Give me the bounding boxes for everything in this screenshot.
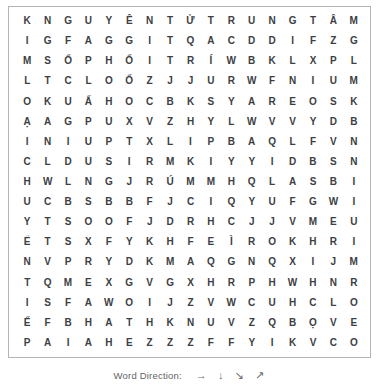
- grid-cell-r7c10[interactable]: P: [201, 132, 221, 152]
- grid-cell-r17c7[interactable]: Z: [139, 333, 159, 353]
- grid-cell-r17c13[interactable]: I: [262, 333, 282, 353]
- grid-cell-r10c6[interactable]: B: [119, 192, 139, 212]
- grid-cell-r5c6[interactable]: O: [119, 91, 139, 111]
- grid-cell-r1c5[interactable]: Y: [99, 11, 119, 31]
- grid-cell-r2c8[interactable]: T: [160, 31, 180, 51]
- grid-cell-r5c17[interactable]: K: [344, 91, 364, 111]
- grid-cell-r1c11[interactable]: R: [221, 11, 241, 31]
- grid-cell-r9c9[interactable]: M: [180, 172, 200, 192]
- grid-cell-r10c7[interactable]: F: [139, 192, 159, 212]
- grid-cell-r8c11[interactable]: Y: [221, 152, 241, 172]
- grid-cell-r17c16[interactable]: C: [323, 333, 343, 353]
- grid-cell-r6c12[interactable]: W: [242, 112, 262, 132]
- grid-cell-r6c4[interactable]: P: [78, 112, 98, 132]
- grid-cell-r8c17[interactable]: N: [344, 152, 364, 172]
- grid-cell-r9c6[interactable]: J: [119, 172, 139, 192]
- grid-cell-r4c11[interactable]: R: [221, 71, 241, 91]
- grid-cell-r14c9[interactable]: X: [180, 273, 200, 293]
- grid-cell-r12c11[interactable]: Ì: [221, 232, 241, 252]
- grid-cell-r13c15[interactable]: I: [303, 252, 323, 272]
- grid-cell-r15c17[interactable]: O: [344, 293, 364, 313]
- grid-cell-r16c5[interactable]: A: [99, 313, 119, 333]
- grid-cell-r16c15[interactable]: Ọ: [303, 313, 323, 333]
- grid-cell-r11c6[interactable]: F: [119, 212, 139, 232]
- grid-cell-r10c13[interactable]: U: [262, 192, 282, 212]
- grid-cell-r17c11[interactable]: F: [221, 333, 241, 353]
- grid-cell-r4c16[interactable]: U: [323, 71, 343, 91]
- grid-cell-r16c12[interactable]: Z: [242, 313, 262, 333]
- grid-cell-r14c8[interactable]: G: [160, 273, 180, 293]
- grid-cell-r9c14[interactable]: A: [282, 172, 302, 192]
- grid-cell-r9c17[interactable]: I: [344, 172, 364, 192]
- grid-cell-r6c2[interactable]: A: [37, 112, 57, 132]
- grid-cell-r13c7[interactable]: K: [139, 252, 159, 272]
- grid-cell-r9c4[interactable]: N: [78, 172, 98, 192]
- grid-cell-r15c2[interactable]: S: [37, 293, 57, 313]
- grid-cell-r11c11[interactable]: C: [221, 212, 241, 232]
- grid-cell-r17c6[interactable]: E: [119, 333, 139, 353]
- grid-cell-r7c9[interactable]: I: [180, 132, 200, 152]
- grid-cell-r11c16[interactable]: E: [323, 212, 343, 232]
- grid-cell-r8c2[interactable]: L: [37, 152, 57, 172]
- grid-cell-r14c6[interactable]: G: [119, 273, 139, 293]
- grid-cell-r8c4[interactable]: U: [78, 152, 98, 172]
- grid-cell-r16c1[interactable]: Ế: [17, 313, 37, 333]
- grid-cell-r7c2[interactable]: N: [37, 132, 57, 152]
- grid-cell-r7c14[interactable]: L: [282, 132, 302, 152]
- grid-cell-r16c3[interactable]: B: [58, 313, 78, 333]
- grid-cell-r10c3[interactable]: B: [58, 192, 78, 212]
- grid-cell-r8c6[interactable]: I: [119, 152, 139, 172]
- grid-cell-r5c10[interactable]: S: [201, 91, 221, 111]
- grid-cell-r6c8[interactable]: Z: [160, 112, 180, 132]
- grid-cell-r11c10[interactable]: H: [201, 212, 221, 232]
- grid-cell-r15c14[interactable]: H: [282, 293, 302, 313]
- grid-cell-r9c5[interactable]: G: [99, 172, 119, 192]
- grid-cell-r11c14[interactable]: V: [282, 212, 302, 232]
- grid-cell-r10c16[interactable]: W: [323, 192, 343, 212]
- grid-cell-r2c12[interactable]: D: [242, 31, 262, 51]
- grid-cell-r10c15[interactable]: G: [303, 192, 323, 212]
- grid-cell-r5c15[interactable]: O: [303, 91, 323, 111]
- grid-cell-r2c13[interactable]: D: [262, 31, 282, 51]
- grid-cell-r11c13[interactable]: J: [262, 212, 282, 232]
- grid-cell-r10c4[interactable]: S: [78, 192, 98, 212]
- grid-cell-r2c14[interactable]: I: [282, 31, 302, 51]
- grid-cell-r3c2[interactable]: S: [37, 51, 57, 71]
- grid-cell-r14c17[interactable]: R: [344, 273, 364, 293]
- grid-cell-r5c1[interactable]: O: [17, 91, 37, 111]
- grid-cell-r7c5[interactable]: P: [99, 132, 119, 152]
- grid-cell-r11c8[interactable]: D: [160, 212, 180, 232]
- grid-cell-r13c8[interactable]: M: [160, 252, 180, 272]
- grid-cell-r9c3[interactable]: L: [58, 172, 78, 192]
- grid-cell-r13c3[interactable]: P: [58, 252, 78, 272]
- grid-cell-r14c7[interactable]: V: [139, 273, 159, 293]
- grid-cell-r16c7[interactable]: H: [139, 313, 159, 333]
- grid-cell-r6c5[interactable]: U: [99, 112, 119, 132]
- grid-cell-r3c13[interactable]: K: [262, 51, 282, 71]
- grid-cell-r12c3[interactable]: S: [58, 232, 78, 252]
- grid-cell-r2c5[interactable]: G: [99, 31, 119, 51]
- grid-cell-r17c5[interactable]: H: [99, 333, 119, 353]
- grid-cell-r3c11[interactable]: W: [221, 51, 241, 71]
- grid-cell-r8c7[interactable]: R: [139, 152, 159, 172]
- word-direction-label: Word Direction:: [114, 370, 182, 381]
- grid-cell-r8c14[interactable]: D: [282, 152, 302, 172]
- grid-cell-r8c12[interactable]: Y: [242, 152, 262, 172]
- grid-cell-r2c16[interactable]: Z: [323, 31, 343, 51]
- grid-cell-r12c16[interactable]: R: [323, 232, 343, 252]
- grid-cell-r17c8[interactable]: Z: [160, 333, 180, 353]
- grid-cell-r8c10[interactable]: I: [201, 152, 221, 172]
- grid-cell-r4c9[interactable]: J: [180, 71, 200, 91]
- grid-cell-r1c6[interactable]: Ê: [119, 11, 139, 31]
- grid-cell-r14c2[interactable]: Q: [37, 273, 57, 293]
- grid-cell-r5c14[interactable]: E: [282, 91, 302, 111]
- grid-cell-r8c13[interactable]: I: [262, 152, 282, 172]
- grid-cell-r16c13[interactable]: Q: [262, 313, 282, 333]
- grid-cell-r12c1[interactable]: Ể: [17, 232, 37, 252]
- arrow-down-icon: ↓: [218, 370, 224, 381]
- grid-cell-r4c17[interactable]: M: [344, 71, 364, 91]
- grid-cell-r11c7[interactable]: J: [139, 212, 159, 232]
- grid-cell-r6c6[interactable]: X: [119, 112, 139, 132]
- grid-cell-r15c1[interactable]: I: [17, 293, 37, 313]
- grid-cell-r9c10[interactable]: M: [201, 172, 221, 192]
- grid-cell-r6c1[interactable]: Ạ: [17, 112, 37, 132]
- grid-cell-r6c7[interactable]: V: [139, 112, 159, 132]
- grid-cell-r12c9[interactable]: F: [180, 232, 200, 252]
- grid-cell-r14c16[interactable]: N: [323, 273, 343, 293]
- word-direction-arrows: →↓↘↗: [185, 369, 265, 380]
- grid-cell-r1c9[interactable]: Ử: [180, 11, 200, 31]
- grid-cell-r1c16[interactable]: Â: [323, 11, 343, 31]
- grid-cell-r4c4[interactable]: L: [78, 71, 98, 91]
- grid-cell-r13c13[interactable]: Q: [262, 252, 282, 272]
- grid-cell-r12c10[interactable]: E: [201, 232, 221, 252]
- grid-cell-r13c12[interactable]: N: [242, 252, 262, 272]
- grid-cell-r7c16[interactable]: V: [323, 132, 343, 152]
- grid-cell-r16c2[interactable]: F: [37, 313, 57, 333]
- grid-cell-r17c1[interactable]: P: [17, 333, 37, 353]
- grid-cell-r16c16[interactable]: V: [323, 313, 343, 333]
- grid-cell-r17c9[interactable]: Z: [180, 333, 200, 353]
- grid-cell-r14c5[interactable]: X: [99, 273, 119, 293]
- grid-cell-r2c4[interactable]: A: [78, 31, 98, 51]
- grid-cell-r4c12[interactable]: W: [242, 71, 262, 91]
- grid-cell-r10c17[interactable]: I: [344, 192, 364, 212]
- grid-cell-r15c16[interactable]: L: [323, 293, 343, 313]
- grid-cell-r3c17[interactable]: L: [344, 51, 364, 71]
- grid-cell-r17c15[interactable]: V: [303, 333, 323, 353]
- grid-cell-r12c5[interactable]: F: [99, 232, 119, 252]
- grid-cell-r16c14[interactable]: B: [282, 313, 302, 333]
- grid-cell-r3c4[interactable]: P: [78, 51, 98, 71]
- grid-cell-r13c14[interactable]: X: [282, 252, 302, 272]
- arrow-right-icon: →: [196, 370, 207, 381]
- grid-cell-r16c4[interactable]: H: [78, 313, 98, 333]
- grid-cell-r11c15[interactable]: M: [303, 212, 323, 232]
- word-direction-bar: Word Direction: →↓↘↗: [0, 369, 378, 381]
- grid-cell-r1c15[interactable]: T: [303, 11, 323, 31]
- grid-cell-r17c4[interactable]: A: [78, 333, 98, 353]
- grid-cell-r6c3[interactable]: G: [58, 112, 78, 132]
- grid-cell-r5c16[interactable]: S: [323, 91, 343, 111]
- grid-cell-r12c4[interactable]: X: [78, 232, 98, 252]
- grid-cell-r10c11[interactable]: Q: [221, 192, 241, 212]
- grid-cell-r3c6[interactable]: Ố: [119, 51, 139, 71]
- grid-cell-r4c2[interactable]: T: [37, 71, 57, 91]
- grid-cell-r13c9[interactable]: A: [180, 252, 200, 272]
- grid-cell-r5c8[interactable]: B: [160, 91, 180, 111]
- grid-cell-r8c8[interactable]: M: [160, 152, 180, 172]
- grid-cell-r3c9[interactable]: R: [180, 51, 200, 71]
- grid-cell-r10c2[interactable]: C: [37, 192, 57, 212]
- word-search-grid: KNGUYÊNTỬTRUNGTÂMIGFAGGITQACDDIFZGMSỐPHỐ…: [8, 6, 371, 358]
- grid-cell-r9c16[interactable]: B: [323, 172, 343, 192]
- grid-cell-r5c3[interactable]: U: [58, 91, 78, 111]
- grid-cell-r5c7[interactable]: C: [139, 91, 159, 111]
- grid-cell-r4c6[interactable]: Ố: [119, 71, 139, 91]
- grid-cell-r15c7[interactable]: I: [139, 293, 159, 313]
- grid-cell-r1c13[interactable]: N: [262, 11, 282, 31]
- grid-cell-r17c14[interactable]: K: [282, 333, 302, 353]
- grid-cell-r17c12[interactable]: Y: [242, 333, 262, 353]
- grid-cell-r9c7[interactable]: R: [139, 172, 159, 192]
- grid-cell-r9c8[interactable]: Ú: [160, 172, 180, 192]
- grid-cell-r17c3[interactable]: I: [58, 333, 78, 353]
- grid-cell-r4c10[interactable]: U: [201, 71, 221, 91]
- grid-cell-r1c7[interactable]: N: [139, 11, 159, 31]
- grid-cell-r15c8[interactable]: J: [160, 293, 180, 313]
- grid-cell-r9c2[interactable]: W: [37, 172, 57, 192]
- grid-cell-r11c2[interactable]: T: [37, 212, 57, 232]
- grid-cell-r3c10[interactable]: Í: [201, 51, 221, 71]
- grid-cell-r15c10[interactable]: V: [201, 293, 221, 313]
- grid-cell-r7c11[interactable]: B: [221, 132, 241, 152]
- grid-cell-r12c12[interactable]: R: [242, 232, 262, 252]
- grid-cell-r2c2[interactable]: G: [37, 31, 57, 51]
- grid-cell-r14c15[interactable]: H: [303, 273, 323, 293]
- grid-cell-r16c10[interactable]: U: [201, 313, 221, 333]
- grid-cell-r4c1[interactable]: L: [17, 71, 37, 91]
- grid-cell-r13c10[interactable]: Q: [201, 252, 221, 272]
- grid-cell-r4c14[interactable]: N: [282, 71, 302, 91]
- grid-cell-r12c7[interactable]: K: [139, 232, 159, 252]
- grid-cell-r13c16[interactable]: J: [323, 252, 343, 272]
- grid-cell-r5c12[interactable]: A: [242, 91, 262, 111]
- grid-cell-r7c13[interactable]: Q: [262, 132, 282, 152]
- grid-cell-r16c6[interactable]: T: [119, 313, 139, 333]
- grid-cell-r15c15[interactable]: C: [303, 293, 323, 313]
- grid-cell-r2c11[interactable]: C: [221, 31, 241, 51]
- grid-cell-r13c17[interactable]: M: [344, 252, 364, 272]
- grid-cell-r2c3[interactable]: F: [58, 31, 78, 51]
- grid-cell-r14c1[interactable]: T: [17, 273, 37, 293]
- grid-cell-r15c6[interactable]: O: [119, 293, 139, 313]
- grid-cell-r14c12[interactable]: P: [242, 273, 262, 293]
- grid-cell-r3c15[interactable]: X: [303, 51, 323, 71]
- grid-cell-r1c10[interactable]: T: [201, 11, 221, 31]
- grid-cell-r13c11[interactable]: G: [221, 252, 241, 272]
- arrow-up-right-icon: ↗: [255, 370, 264, 381]
- grid-cell-r1c17[interactable]: M: [344, 11, 364, 31]
- grid-cell-r2c15[interactable]: F: [303, 31, 323, 51]
- grid-cell-r2c10[interactable]: A: [201, 31, 221, 51]
- grid-cell-r11c9[interactable]: R: [180, 212, 200, 232]
- grid-cell-r15c9[interactable]: Z: [180, 293, 200, 313]
- grid-cell-r16c9[interactable]: N: [180, 313, 200, 333]
- grid-cell-r1c4[interactable]: U: [78, 11, 98, 31]
- grid-cell-r6c17[interactable]: B: [344, 112, 364, 132]
- grid-cell-r12c14[interactable]: K: [282, 232, 302, 252]
- grid-cell-r7c3[interactable]: I: [58, 132, 78, 152]
- grid-cell-r10c12[interactable]: Y: [242, 192, 262, 212]
- grid-cell-r15c5[interactable]: W: [99, 293, 119, 313]
- grid-cell-r5c11[interactable]: Y: [221, 91, 241, 111]
- grid-cell-r7c17[interactable]: N: [344, 132, 364, 152]
- grid-cell-r15c12[interactable]: C: [242, 293, 262, 313]
- grid-cell-r5c13[interactable]: R: [262, 91, 282, 111]
- grid-cell-r1c12[interactable]: U: [242, 11, 262, 31]
- grid-cell-r3c5[interactable]: H: [99, 51, 119, 71]
- grid-cell-r13c2[interactable]: V: [37, 252, 57, 272]
- grid-cell-r2c17[interactable]: G: [344, 31, 364, 51]
- grid-cell-r16c11[interactable]: V: [221, 313, 241, 333]
- grid-cell-r1c3[interactable]: G: [58, 11, 78, 31]
- grid-cell-r8c3[interactable]: D: [58, 152, 78, 172]
- grid-cell-r9c11[interactable]: H: [221, 172, 241, 192]
- grid-cell-r7c6[interactable]: T: [119, 132, 139, 152]
- grid-cell-r13c6[interactable]: D: [119, 252, 139, 272]
- grid-cell-r14c3[interactable]: M: [58, 273, 78, 293]
- grid-cell-r14c4[interactable]: E: [78, 273, 98, 293]
- grid-cell-r4c3[interactable]: C: [58, 71, 78, 91]
- grid-cell-r11c5[interactable]: O: [99, 212, 119, 232]
- grid-cell-r4c8[interactable]: J: [160, 71, 180, 91]
- grid-cell-r4c15[interactable]: I: [303, 71, 323, 91]
- grid-cell-r3c14[interactable]: L: [282, 51, 302, 71]
- grid-cell-r9c13[interactable]: L: [262, 172, 282, 192]
- grid-cell-r15c13[interactable]: U: [262, 293, 282, 313]
- grid-cell-r12c15[interactable]: H: [303, 232, 323, 252]
- grid-cell-r17c2[interactable]: A: [37, 333, 57, 353]
- grid-cell-r14c14[interactable]: W: [282, 273, 302, 293]
- grid-cell-r7c12[interactable]: A: [242, 132, 262, 152]
- grid-cell-r8c1[interactable]: C: [17, 152, 37, 172]
- grid-cell-r12c8[interactable]: H: [160, 232, 180, 252]
- grid-cell-r3c12[interactable]: B: [242, 51, 262, 71]
- grid-cell-r10c5[interactable]: B: [99, 192, 119, 212]
- grid-cell-r10c8[interactable]: J: [160, 192, 180, 212]
- grid-cell-r8c5[interactable]: S: [99, 152, 119, 172]
- grid-cell-r14c10[interactable]: H: [201, 273, 221, 293]
- grid-cell-r3c3[interactable]: Ố: [58, 51, 78, 71]
- grid-cell-r4c5[interactable]: O: [99, 71, 119, 91]
- grid-cell-r2c6[interactable]: G: [119, 31, 139, 51]
- grid-cell-r2c1[interactable]: I: [17, 31, 37, 51]
- grid-cell-r5c9[interactable]: K: [180, 91, 200, 111]
- grid-cell-r9c1[interactable]: H: [17, 172, 37, 192]
- grid-cell-r6c13[interactable]: V: [262, 112, 282, 132]
- grid-cell-r13c4[interactable]: R: [78, 252, 98, 272]
- arrow-down-right-icon: ↘: [235, 370, 244, 381]
- grid-cell-r12c6[interactable]: Y: [119, 232, 139, 252]
- grid-cell-r10c14[interactable]: F: [282, 192, 302, 212]
- grid-cell-r17c10[interactable]: F: [201, 333, 221, 353]
- grid-cell-r3c16[interactable]: P: [323, 51, 343, 71]
- grid-cell-r15c3[interactable]: F: [58, 293, 78, 313]
- grid-cell-r8c16[interactable]: S: [323, 152, 343, 172]
- grid-cell-r10c10[interactable]: I: [201, 192, 221, 212]
- grid-cell-r11c12[interactable]: J: [242, 212, 262, 232]
- grid-cell-r7c4[interactable]: U: [78, 132, 98, 152]
- grid-cell-r12c2[interactable]: T: [37, 232, 57, 252]
- grid-cell-r4c7[interactable]: Z: [139, 71, 159, 91]
- grid-cell-r5c2[interactable]: K: [37, 91, 57, 111]
- grid-cell-r2c7[interactable]: I: [139, 31, 159, 51]
- grid-cell-r1c2[interactable]: N: [37, 11, 57, 31]
- grid-cell-r7c7[interactable]: X: [139, 132, 159, 152]
- grid-cell-r17c17[interactable]: O: [344, 333, 364, 353]
- grid-cell-r3c8[interactable]: T: [160, 51, 180, 71]
- grid-cell-r1c14[interactable]: G: [282, 11, 302, 31]
- grid-cell-r10c1[interactable]: U: [17, 192, 37, 212]
- grid-cell-r6c10[interactable]: Y: [201, 112, 221, 132]
- grid-cell-r15c4[interactable]: A: [78, 293, 98, 313]
- grid-cell-r8c9[interactable]: K: [180, 152, 200, 172]
- grid-cell-r6c9[interactable]: H: [180, 112, 200, 132]
- grid-cell-r14c13[interactable]: H: [262, 273, 282, 293]
- grid-cell-r9c12[interactable]: Q: [242, 172, 262, 192]
- grid-cell-r5c5[interactable]: H: [99, 91, 119, 111]
- grid-cell-r12c17[interactable]: I: [344, 232, 364, 252]
- grid-cell-r7c8[interactable]: L: [160, 132, 180, 152]
- grid-cell-r12c13[interactable]: O: [262, 232, 282, 252]
- grid-cell-r13c5[interactable]: Y: [99, 252, 119, 272]
- grid-cell-r10c9[interactable]: C: [180, 192, 200, 212]
- grid-cell-r7c1[interactable]: I: [17, 132, 37, 152]
- grid-cell-r16c17[interactable]: E: [344, 313, 364, 333]
- grid-cell-r14c11[interactable]: R: [221, 273, 241, 293]
- grid-cell-r11c4[interactable]: O: [78, 212, 98, 232]
- grid-cell-r11c1[interactable]: Y: [17, 212, 37, 232]
- grid-cell-r1c8[interactable]: T: [160, 11, 180, 31]
- grid-cell-r4c13[interactable]: F: [262, 71, 282, 91]
- grid-cell-r13c1[interactable]: N: [17, 252, 37, 272]
- grid-cell-r7c15[interactable]: F: [303, 132, 323, 152]
- grid-cell-r9c15[interactable]: S: [303, 172, 323, 192]
- grid-cell-r8c15[interactable]: B: [303, 152, 323, 172]
- grid-cell-r3c7[interactable]: I: [139, 51, 159, 71]
- grid-cell-r1c1[interactable]: K: [17, 11, 37, 31]
- grid-cell-r6c14[interactable]: V: [282, 112, 302, 132]
- grid-cell-r11c17[interactable]: U: [344, 212, 364, 232]
- grid-cell-r16c8[interactable]: K: [160, 313, 180, 333]
- grid-cell-r6c15[interactable]: Y: [303, 112, 323, 132]
- grid-cell-r11c3[interactable]: S: [58, 212, 78, 232]
- grid-cell-r2c9[interactable]: Q: [180, 31, 200, 51]
- grid-cell-r6c16[interactable]: D: [323, 112, 343, 132]
- grid-cell-r15c11[interactable]: W: [221, 293, 241, 313]
- grid-cell-r3c1[interactable]: M: [17, 51, 37, 71]
- grid-cell-r6c11[interactable]: L: [221, 112, 241, 132]
- grid-cell-r5c4[interactable]: Ấ: [78, 91, 98, 111]
